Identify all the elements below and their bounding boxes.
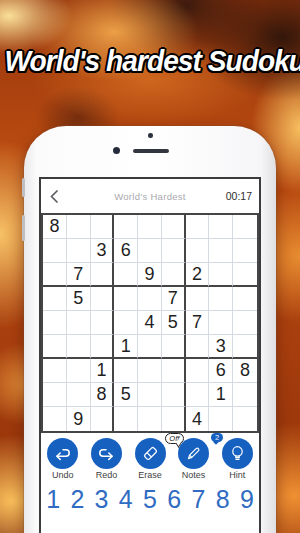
cell-r6c6[interactable] <box>162 335 186 359</box>
cell-r1c5[interactable] <box>138 215 162 239</box>
cell-r3c1[interactable] <box>43 263 67 287</box>
cell-r4c3[interactable] <box>91 287 115 311</box>
cell-r3c5[interactable]: 9 <box>138 263 162 287</box>
cell-r1c9[interactable] <box>233 215 257 239</box>
redo-button[interactable]: Redo <box>85 438 129 484</box>
undo-arrow-icon <box>53 446 72 461</box>
cell-r9c9[interactable] <box>233 407 257 431</box>
cell-r3c8[interactable] <box>209 263 233 287</box>
cell-r5c3[interactable] <box>91 311 115 335</box>
toolbar: Undo Redo <box>41 438 259 484</box>
notes-off-badge: Off <box>165 433 184 444</box>
cell-r2c1[interactable] <box>43 239 67 263</box>
undo-label: Undo <box>52 470 74 480</box>
cell-r9c8[interactable] <box>209 407 233 431</box>
cell-r2c2[interactable] <box>67 239 91 263</box>
cell-r7c5[interactable] <box>138 359 162 383</box>
erase-label: Erase <box>138 470 162 480</box>
hint-count-badge: 2 <box>211 433 222 442</box>
numpad-3[interactable]: 3 <box>89 485 113 513</box>
cell-r1c2[interactable] <box>67 215 91 239</box>
numpad-8[interactable]: 8 <box>211 485 235 513</box>
numpad-9[interactable]: 9 <box>235 485 259 513</box>
redo-label: Redo <box>96 470 118 480</box>
erase-button[interactable]: Erase <box>128 438 172 484</box>
undo-circle <box>47 438 78 469</box>
cell-r3c3[interactable] <box>91 263 115 287</box>
cell-r1c8[interactable] <box>209 215 233 239</box>
hint-circle <box>222 438 253 469</box>
cell-r7c7[interactable] <box>186 359 210 383</box>
cell-r4c2[interactable]: 5 <box>67 287 91 311</box>
cell-r9c5[interactable] <box>138 407 162 431</box>
front-camera-dot <box>113 147 120 154</box>
cell-r4c7[interactable] <box>186 287 210 311</box>
cell-r5c8[interactable] <box>209 311 233 335</box>
numpad-4[interactable]: 4 <box>114 485 138 513</box>
cell-r2c7[interactable] <box>186 239 210 263</box>
cell-r8c2[interactable] <box>67 383 91 407</box>
notes-button[interactable]: Off Notes <box>172 438 216 484</box>
cell-r2c8[interactable] <box>209 239 233 263</box>
cell-r9c4[interactable] <box>114 407 138 431</box>
redo-circle <box>91 438 122 469</box>
cell-r7c9[interactable]: 8 <box>233 359 257 383</box>
cell-r9c3[interactable] <box>91 407 115 431</box>
numpad-1[interactable]: 1 <box>41 485 65 513</box>
volume-up-button <box>22 178 25 197</box>
proximity-sensor-dot <box>148 133 153 138</box>
cell-r2c6[interactable] <box>162 239 186 263</box>
cell-r4c5[interactable] <box>138 287 162 311</box>
cell-r8c3[interactable]: 8 <box>91 383 115 407</box>
cell-r8c6[interactable] <box>162 383 186 407</box>
cell-r3c9[interactable] <box>233 263 257 287</box>
cell-r4c8[interactable] <box>209 287 233 311</box>
undo-button[interactable]: Undo <box>41 438 85 484</box>
cell-r9c7[interactable]: 4 <box>186 407 210 431</box>
app-header: World's Hardest 00:17 <box>41 179 259 213</box>
cell-r8c4[interactable]: 5 <box>114 383 138 407</box>
cell-r2c4[interactable]: 6 <box>114 239 138 263</box>
cell-r1c6[interactable] <box>162 215 186 239</box>
cell-r6c7[interactable] <box>186 335 210 359</box>
app-screen: World's Hardest 00:17 836792574571316885… <box>39 177 261 533</box>
cell-r6c9[interactable] <box>233 335 257 359</box>
erase-circle <box>135 438 166 469</box>
cell-r6c4[interactable]: 1 <box>114 335 138 359</box>
pencil-icon <box>184 444 203 463</box>
cell-r8c8[interactable]: 1 <box>209 383 233 407</box>
cell-r7c3[interactable]: 1 <box>91 359 115 383</box>
cell-r5c1[interactable] <box>43 311 67 335</box>
cell-r5c4[interactable] <box>114 311 138 335</box>
cell-r7c1[interactable] <box>43 359 67 383</box>
cell-r2c3[interactable]: 3 <box>91 239 115 263</box>
cell-r5c7[interactable]: 7 <box>186 311 210 335</box>
banner-title: World's hardest Sudoku <box>5 45 296 78</box>
cell-r9c1[interactable] <box>43 407 67 431</box>
cell-r8c1[interactable] <box>43 383 67 407</box>
cell-r4c6[interactable]: 7 <box>162 287 186 311</box>
cell-r8c5[interactable] <box>138 383 162 407</box>
cell-r9c6[interactable] <box>162 407 186 431</box>
cell-r6c5[interactable] <box>138 335 162 359</box>
cell-r1c7[interactable] <box>186 215 210 239</box>
cell-r4c9[interactable] <box>233 287 257 311</box>
notes-circle <box>178 438 209 469</box>
cell-r5c9[interactable] <box>233 311 257 335</box>
cell-r6c1[interactable] <box>43 335 67 359</box>
cell-r1c4[interactable] <box>114 215 138 239</box>
cell-r9c2[interactable]: 9 <box>67 407 91 431</box>
numpad-7[interactable]: 7 <box>186 485 210 513</box>
hint-button[interactable]: 2 Hint <box>215 438 259 484</box>
cell-r2c5[interactable] <box>138 239 162 263</box>
cell-r3c2[interactable]: 7 <box>67 263 91 287</box>
cell-r7c6[interactable] <box>162 359 186 383</box>
cell-r7c2[interactable] <box>67 359 91 383</box>
cell-r5c5[interactable]: 4 <box>138 311 162 335</box>
speaker-slot <box>133 149 169 153</box>
volume-down-button <box>22 215 25 241</box>
numpad-5[interactable]: 5 <box>138 485 162 513</box>
cell-r3c7[interactable]: 2 <box>186 263 210 287</box>
cell-r4c4[interactable] <box>114 287 138 311</box>
cell-r5c2[interactable] <box>67 311 91 335</box>
eraser-icon <box>141 444 160 463</box>
cell-r7c8[interactable]: 6 <box>209 359 233 383</box>
number-pad: 123456789 <box>41 485 259 513</box>
cell-r3c4[interactable] <box>114 263 138 287</box>
cell-r6c2[interactable] <box>67 335 91 359</box>
timer: 00:17 <box>226 190 252 202</box>
cell-r1c3[interactable] <box>91 215 115 239</box>
hint-label: Hint <box>229 470 245 480</box>
redo-arrow-icon <box>97 446 116 461</box>
notes-label: Notes <box>182 470 206 480</box>
numpad-2[interactable]: 2 <box>65 485 89 513</box>
lightbulb-icon <box>228 444 247 463</box>
cell-r8c7[interactable] <box>186 383 210 407</box>
screenshot-root: World's hardest Sudoku World's Hardest 0… <box>0 0 300 533</box>
cell-r6c8[interactable]: 3 <box>209 335 233 359</box>
cell-r5c6[interactable]: 5 <box>162 311 186 335</box>
numpad-6[interactable]: 6 <box>162 485 186 513</box>
sudoku-board: 836792574571316885194 <box>41 213 259 433</box>
cell-r1c1[interactable]: 8 <box>43 215 67 239</box>
cell-r8c9[interactable] <box>233 383 257 407</box>
cell-r6c3[interactable] <box>91 335 115 359</box>
cell-r2c9[interactable] <box>233 239 257 263</box>
cell-r4c1[interactable] <box>43 287 67 311</box>
phone-mockup: World's Hardest 00:17 836792574571316885… <box>24 126 276 533</box>
cell-r3c6[interactable] <box>162 263 186 287</box>
cell-r7c4[interactable] <box>114 359 138 383</box>
